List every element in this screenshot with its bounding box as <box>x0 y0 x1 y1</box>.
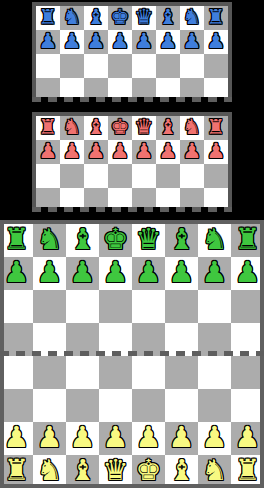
square-g-1[interactable]: ♞ <box>180 6 204 30</box>
blue-rook: ♜ <box>39 7 58 28</box>
square-h-1[interactable]: ♜ <box>204 116 228 140</box>
square-e-7[interactable]: ♟ <box>132 422 165 455</box>
square-c-6[interactable] <box>66 389 99 422</box>
red-rook: ♜ <box>39 117 58 138</box>
main-board-right-border <box>260 224 264 488</box>
red-rook: ♜ <box>207 117 226 138</box>
red-pawn: ♟ <box>63 141 82 162</box>
square-b-6[interactable] <box>33 389 66 422</box>
yellow-knight: ♞ <box>202 456 228 485</box>
square-d-3[interactable] <box>99 290 132 323</box>
square-b-5[interactable] <box>33 356 66 389</box>
square-b-2[interactable]: ♟ <box>60 30 84 54</box>
square-c-2[interactable]: ♟ <box>84 140 108 164</box>
blue-board-clip: ♜♞♝♚♛♝♞♜♟♟♟♟♟♟♟♟ <box>36 6 228 97</box>
blue-pawn: ♟ <box>39 31 58 52</box>
square-a-6[interactable] <box>0 389 33 422</box>
square-b-3[interactable] <box>60 54 84 78</box>
square-f-1[interactable]: ♝ <box>165 224 198 257</box>
red-queen: ♛ <box>135 117 154 138</box>
green-pawn: ♟ <box>136 258 162 287</box>
yellow-pawn: ♟ <box>4 423 30 452</box>
green-pawn: ♟ <box>70 258 96 287</box>
yellow-knight: ♞ <box>37 456 63 485</box>
yellow-pawn: ♟ <box>103 423 129 452</box>
yellow-pawn: ♟ <box>136 423 162 452</box>
green-king: ♚ <box>103 225 129 254</box>
square-e-4[interactable] <box>132 188 156 207</box>
yellow-rook: ♜ <box>235 456 261 485</box>
red-pawn: ♟ <box>87 141 106 162</box>
red-bishop: ♝ <box>87 117 106 138</box>
square-g-5[interactable] <box>198 356 231 389</box>
red-bishop: ♝ <box>159 117 178 138</box>
square-h-3[interactable] <box>204 164 228 188</box>
square-h-1[interactable]: ♜ <box>204 6 228 30</box>
square-e-3[interactable] <box>132 54 156 78</box>
square-c-4[interactable] <box>84 188 108 207</box>
square-e-3[interactable] <box>132 164 156 188</box>
square-b-1[interactable]: ♞ <box>60 116 84 140</box>
yellow-pawn: ♟ <box>37 423 63 452</box>
main-board[interactable]: ♜♞♝♚♛♝♞♜♟♟♟♟♟♟♟♟♟♟♟♟♟♟♟♟♜♞♝♛♚♝♞♜ <box>0 220 264 488</box>
blue-knight: ♞ <box>183 7 202 28</box>
square-c-1[interactable]: ♝ <box>66 224 99 257</box>
square-g-3[interactable] <box>180 164 204 188</box>
square-g-4[interactable] <box>180 78 204 97</box>
square-e-1[interactable]: ♛ <box>132 116 156 140</box>
yellow-pawn: ♟ <box>235 423 261 452</box>
halfway-dashed-divider <box>0 351 264 356</box>
blue-knight: ♞ <box>63 7 82 28</box>
square-e-1[interactable]: ♛ <box>132 6 156 30</box>
blue-pawn: ♟ <box>87 31 106 52</box>
blue-king: ♚ <box>111 7 130 28</box>
blue-pawn: ♟ <box>159 31 178 52</box>
square-e-2[interactable]: ♟ <box>132 257 165 290</box>
main-board-bottom-border <box>0 484 264 488</box>
square-e-1[interactable]: ♛ <box>132 224 165 257</box>
blue-rook: ♜ <box>207 7 226 28</box>
square-d-3[interactable] <box>108 164 132 188</box>
green-pawn: ♟ <box>37 258 63 287</box>
blue-board-cut-edge <box>32 97 232 102</box>
square-a-2[interactable]: ♟ <box>36 140 60 164</box>
square-a-3[interactable] <box>36 54 60 78</box>
square-d-7[interactable]: ♟ <box>99 422 132 455</box>
square-b-3[interactable] <box>33 290 66 323</box>
red-king: ♚ <box>111 117 130 138</box>
blue-pawn: ♟ <box>111 31 130 52</box>
square-a-3[interactable] <box>0 290 33 323</box>
square-a-3[interactable] <box>36 164 60 188</box>
square-f-5[interactable] <box>165 356 198 389</box>
square-h-4[interactable] <box>204 78 228 97</box>
square-d-1[interactable]: ♚ <box>99 224 132 257</box>
green-pawn: ♟ <box>202 258 228 287</box>
square-c-7[interactable]: ♟ <box>66 422 99 455</box>
square-d-6[interactable] <box>99 389 132 422</box>
green-rook: ♜ <box>235 225 261 254</box>
green-bishop: ♝ <box>70 225 96 254</box>
main-board-top-border <box>0 220 264 224</box>
square-c-3[interactable] <box>84 164 108 188</box>
square-f-2[interactable]: ♟ <box>156 140 180 164</box>
square-b-7[interactable]: ♟ <box>33 422 66 455</box>
square-d-2[interactable]: ♟ <box>108 30 132 54</box>
red-board-grid: ♜♞♝♚♛♝♞♜♟♟♟♟♟♟♟♟ <box>36 116 228 207</box>
yellow-pawn: ♟ <box>70 423 96 452</box>
blue-pawn: ♟ <box>207 31 226 52</box>
square-a-1[interactable]: ♜ <box>36 116 60 140</box>
square-g-1[interactable]: ♞ <box>198 224 231 257</box>
blue-bishop: ♝ <box>87 7 106 28</box>
square-c-1[interactable]: ♝ <box>84 6 108 30</box>
red-pawn: ♟ <box>183 141 202 162</box>
square-g-2[interactable]: ♟ <box>180 30 204 54</box>
yellow-king: ♚ <box>136 456 162 485</box>
green-rook: ♜ <box>4 225 30 254</box>
square-c-4[interactable] <box>84 78 108 97</box>
red-preview-board[interactable]: ♜♞♝♚♛♝♞♜♟♟♟♟♟♟♟♟ <box>32 112 232 207</box>
square-c-3[interactable] <box>84 54 108 78</box>
square-d-4[interactable] <box>108 188 132 207</box>
square-f-4[interactable] <box>156 188 180 207</box>
square-d-1[interactable]: ♚ <box>108 6 132 30</box>
square-b-4[interactable] <box>60 78 84 97</box>
square-f-1[interactable]: ♝ <box>156 116 180 140</box>
game-stage: ♜♞♝♚♛♝♞♜♟♟♟♟♟♟♟♟ ♜♞♝♚♛♝♞♜♟♟♟♟♟♟♟♟ ♜♞♝♚♛♝… <box>0 0 264 488</box>
square-c-3[interactable] <box>66 290 99 323</box>
square-f-1[interactable]: ♝ <box>156 6 180 30</box>
square-b-1[interactable]: ♞ <box>60 6 84 30</box>
square-d-4[interactable] <box>108 78 132 97</box>
main-board-grid: ♜♞♝♚♛♝♞♜♟♟♟♟♟♟♟♟♟♟♟♟♟♟♟♟♜♞♝♛♚♝♞♜ <box>0 224 264 488</box>
square-e-6[interactable] <box>132 389 165 422</box>
yellow-queen: ♛ <box>103 456 129 485</box>
red-pawn: ♟ <box>207 141 226 162</box>
square-b-3[interactable] <box>60 164 84 188</box>
square-h-2[interactable]: ♟ <box>204 140 228 164</box>
blue-preview-board[interactable]: ♜♞♝♚♛♝♞♜♟♟♟♟♟♟♟♟ <box>32 2 232 97</box>
square-g-1[interactable]: ♞ <box>180 116 204 140</box>
yellow-bishop: ♝ <box>169 456 195 485</box>
square-a-1[interactable]: ♜ <box>0 224 33 257</box>
red-board-cut-edge <box>32 207 232 212</box>
green-bishop: ♝ <box>169 225 195 254</box>
green-knight: ♞ <box>202 225 228 254</box>
square-f-2[interactable]: ♟ <box>156 30 180 54</box>
square-f-7[interactable]: ♟ <box>165 422 198 455</box>
yellow-rook: ♜ <box>4 456 30 485</box>
square-c-2[interactable]: ♟ <box>66 257 99 290</box>
square-a-2[interactable]: ♟ <box>0 257 33 290</box>
square-a-4[interactable] <box>36 78 60 97</box>
main-board-left-border <box>0 224 4 488</box>
square-g-2[interactable]: ♟ <box>198 257 231 290</box>
square-a-7[interactable]: ♟ <box>0 422 33 455</box>
square-f-6[interactable] <box>165 389 198 422</box>
square-e-4[interactable] <box>132 78 156 97</box>
square-g-3[interactable] <box>180 54 204 78</box>
square-g-2[interactable]: ♟ <box>180 140 204 164</box>
square-a-2[interactable]: ♟ <box>36 30 60 54</box>
blue-pawn: ♟ <box>135 31 154 52</box>
square-a-5[interactable] <box>0 356 33 389</box>
green-pawn: ♟ <box>169 258 195 287</box>
red-pawn: ♟ <box>111 141 130 162</box>
square-h-3[interactable] <box>204 54 228 78</box>
square-e-3[interactable] <box>132 290 165 323</box>
red-pawn: ♟ <box>135 141 154 162</box>
blue-pawn: ♟ <box>183 31 202 52</box>
blue-queen: ♛ <box>135 7 154 28</box>
square-d-5[interactable] <box>99 356 132 389</box>
yellow-pawn: ♟ <box>169 423 195 452</box>
red-pawn: ♟ <box>159 141 178 162</box>
green-queen: ♛ <box>136 225 162 254</box>
square-f-3[interactable] <box>156 54 180 78</box>
blue-board-grid: ♜♞♝♚♛♝♞♜♟♟♟♟♟♟♟♟ <box>36 6 228 97</box>
red-knight: ♞ <box>183 117 202 138</box>
square-f-4[interactable] <box>156 78 180 97</box>
square-e-2[interactable]: ♟ <box>132 140 156 164</box>
square-g-3[interactable] <box>198 290 231 323</box>
square-g-4[interactable] <box>180 188 204 207</box>
green-knight: ♞ <box>37 225 63 254</box>
green-pawn: ♟ <box>235 258 261 287</box>
square-b-4[interactable] <box>60 188 84 207</box>
square-h-2[interactable]: ♟ <box>204 30 228 54</box>
square-d-2[interactable]: ♟ <box>99 257 132 290</box>
square-a-4[interactable] <box>36 188 60 207</box>
red-board-clip: ♜♞♝♚♛♝♞♜♟♟♟♟♟♟♟♟ <box>36 116 228 207</box>
square-c-1[interactable]: ♝ <box>84 116 108 140</box>
square-c-5[interactable] <box>66 356 99 389</box>
square-g-6[interactable] <box>198 389 231 422</box>
yellow-bishop: ♝ <box>70 456 96 485</box>
square-b-2[interactable]: ♟ <box>33 257 66 290</box>
square-a-1[interactable]: ♜ <box>36 6 60 30</box>
square-f-3[interactable] <box>156 164 180 188</box>
square-d-1[interactable]: ♚ <box>108 116 132 140</box>
red-pawn: ♟ <box>39 141 58 162</box>
square-f-3[interactable] <box>165 290 198 323</box>
blue-pawn: ♟ <box>63 31 82 52</box>
square-e-2[interactable]: ♟ <box>132 30 156 54</box>
square-b-1[interactable]: ♞ <box>33 224 66 257</box>
red-knight: ♞ <box>63 117 82 138</box>
square-b-2[interactable]: ♟ <box>60 140 84 164</box>
square-c-2[interactable]: ♟ <box>84 30 108 54</box>
square-e-5[interactable] <box>132 356 165 389</box>
square-h-4[interactable] <box>204 188 228 207</box>
square-g-7[interactable]: ♟ <box>198 422 231 455</box>
blue-bishop: ♝ <box>159 7 178 28</box>
green-pawn: ♟ <box>4 258 30 287</box>
square-d-2[interactable]: ♟ <box>108 140 132 164</box>
yellow-pawn: ♟ <box>202 423 228 452</box>
green-pawn: ♟ <box>103 258 129 287</box>
square-f-2[interactable]: ♟ <box>165 257 198 290</box>
square-d-3[interactable] <box>108 54 132 78</box>
